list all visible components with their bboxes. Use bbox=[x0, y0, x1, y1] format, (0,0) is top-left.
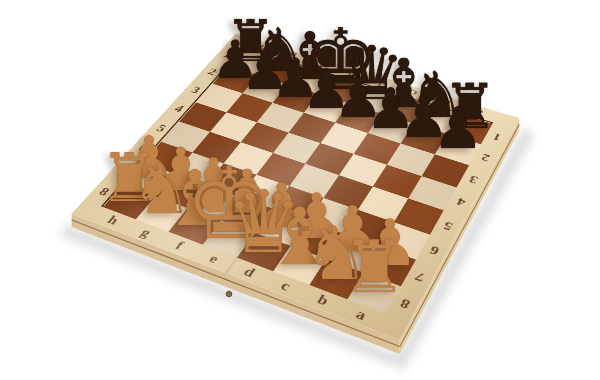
rank-label-right-2: 2 bbox=[479, 152, 491, 163]
rank-label-right-3: 3 bbox=[467, 174, 479, 186]
file-label-far-c: c bbox=[408, 89, 419, 98]
file-label-far-g: g bbox=[285, 52, 297, 61]
rank-label-right-6: 6 bbox=[428, 244, 442, 257]
file-label-far-a: a bbox=[473, 108, 485, 118]
file-label-near-g: g bbox=[138, 226, 153, 239]
rank-label-right-1: 1 bbox=[491, 132, 503, 143]
file-label-near-f: f bbox=[173, 239, 186, 251]
file-label-near-e: e bbox=[207, 252, 221, 265]
hinge-screw bbox=[226, 291, 232, 297]
chess-set-photo: 1122334455667788hhggffeeddccbbaa ♜♞♝♛♚♝♞… bbox=[0, 0, 600, 380]
file-label-far-e: e bbox=[346, 70, 357, 79]
file-label-near-a: a bbox=[354, 307, 369, 322]
file-label-far-d: d bbox=[376, 79, 389, 89]
file-label-near-c: c bbox=[279, 279, 293, 293]
file-label-far-f: f bbox=[316, 61, 326, 69]
file-label-near-h: h bbox=[105, 214, 121, 227]
rank-label-right-7: 7 bbox=[413, 270, 427, 284]
rank-label-right-4: 4 bbox=[455, 196, 468, 208]
file-label-far-b: b bbox=[440, 98, 452, 108]
rank-label-right-8: 8 bbox=[398, 297, 412, 312]
file-label-far-h: h bbox=[256, 44, 269, 53]
file-label-near-b: b bbox=[315, 293, 331, 308]
file-label-near-d: d bbox=[241, 265, 257, 279]
rank-label-right-5: 5 bbox=[441, 220, 454, 233]
